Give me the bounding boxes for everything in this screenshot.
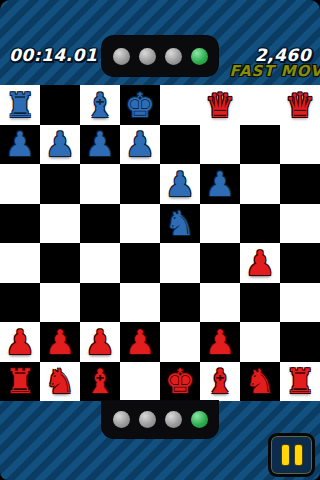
square-b5[interactable]: [40, 204, 80, 244]
square-b7[interactable]: ♟: [40, 125, 80, 165]
square-c1[interactable]: ♝: [80, 362, 120, 402]
pause-icon: [295, 445, 302, 465]
square-d7[interactable]: ♟: [120, 125, 160, 165]
piece-blue-pawn: ♟: [45, 127, 75, 161]
square-f8[interactable]: ♛: [200, 85, 240, 125]
piece-red-knight: ♞: [45, 364, 75, 398]
piece-blue-pawn: ♟: [165, 167, 195, 201]
square-g3[interactable]: [240, 283, 280, 323]
square-d2[interactable]: ♟: [120, 322, 160, 362]
piece-red-bishop: ♝: [205, 364, 235, 398]
piece-red-queen: ♛: [205, 88, 235, 122]
piece-blue-king: ♚: [125, 88, 155, 122]
square-a8[interactable]: ♜: [0, 85, 40, 125]
square-d5[interactable]: [120, 204, 160, 244]
gray-led: [113, 411, 130, 428]
square-a4[interactable]: [0, 243, 40, 283]
square-g4[interactable]: ♟: [240, 243, 280, 283]
square-e6[interactable]: ♟: [160, 164, 200, 204]
piece-blue-knight: ♞: [165, 206, 195, 240]
square-g8[interactable]: [240, 85, 280, 125]
square-a2[interactable]: ♟: [0, 322, 40, 362]
square-a3[interactable]: [0, 283, 40, 323]
square-d8[interactable]: ♚: [120, 85, 160, 125]
square-e1[interactable]: ♚: [160, 362, 200, 402]
square-c7[interactable]: ♟: [80, 125, 120, 165]
square-h4[interactable]: [280, 243, 320, 283]
square-f3[interactable]: [200, 283, 240, 323]
piece-red-knight: ♞: [245, 364, 275, 398]
piece-blue-pawn: ♟: [85, 127, 115, 161]
square-g5[interactable]: [240, 204, 280, 244]
square-h8[interactable]: ♛: [280, 85, 320, 125]
square-h3[interactable]: [280, 283, 320, 323]
pause-icon: [282, 445, 289, 465]
square-a7[interactable]: ♟: [0, 125, 40, 165]
game-timer: 00:14.01: [9, 45, 97, 65]
square-b2[interactable]: ♟: [40, 322, 80, 362]
square-h5[interactable]: [280, 204, 320, 244]
square-c5[interactable]: [80, 204, 120, 244]
piece-red-pawn: ♟: [125, 325, 155, 359]
piece-red-king: ♚: [165, 364, 195, 398]
square-h6[interactable]: [280, 164, 320, 204]
piece-red-pawn: ♟: [245, 246, 275, 280]
square-h2[interactable]: [280, 322, 320, 362]
square-h1[interactable]: ♜: [280, 362, 320, 402]
square-b3[interactable]: [40, 283, 80, 323]
gray-led: [139, 48, 156, 65]
gray-led: [165, 48, 182, 65]
square-c2[interactable]: ♟: [80, 322, 120, 362]
fast-move-bonus-label: FAST MOVE: [229, 62, 320, 80]
gray-led: [113, 48, 130, 65]
square-b6[interactable]: [40, 164, 80, 204]
piece-red-pawn: ♟: [85, 325, 115, 359]
piece-blue-bishop: ♝: [85, 88, 115, 122]
square-c4[interactable]: [80, 243, 120, 283]
square-d6[interactable]: [120, 164, 160, 204]
square-g1[interactable]: ♞: [240, 362, 280, 402]
piece-blue-pawn: ♟: [5, 127, 35, 161]
square-g6[interactable]: [240, 164, 280, 204]
piece-blue-pawn: ♟: [205, 167, 235, 201]
square-e4[interactable]: [160, 243, 200, 283]
square-e3[interactable]: [160, 283, 200, 323]
piece-red-pawn: ♟: [5, 325, 35, 359]
square-f4[interactable]: [200, 243, 240, 283]
green-led: [191, 411, 208, 428]
square-f7[interactable]: [200, 125, 240, 165]
piece-blue-rook: ♜: [5, 88, 35, 122]
piece-red-rook: ♜: [285, 364, 315, 398]
square-e7[interactable]: [160, 125, 200, 165]
chess-board: ♜♝♚♛♛♟♟♟♟♟♟♞♟♟♟♟♟♟♜♞♝♚♝♞♜: [0, 85, 320, 401]
bottom-led-panel: [102, 401, 218, 438]
square-h7[interactable]: [280, 125, 320, 165]
piece-red-pawn: ♟: [45, 325, 75, 359]
top-led-panel: [102, 36, 218, 76]
square-a5[interactable]: [0, 204, 40, 244]
square-c6[interactable]: [80, 164, 120, 204]
square-d4[interactable]: [120, 243, 160, 283]
square-b8[interactable]: [40, 85, 80, 125]
square-b1[interactable]: ♞: [40, 362, 80, 402]
square-f6[interactable]: ♟: [200, 164, 240, 204]
green-led: [191, 48, 208, 65]
square-g2[interactable]: [240, 322, 280, 362]
square-e8[interactable]: [160, 85, 200, 125]
pause-button[interactable]: [268, 433, 315, 477]
square-f2[interactable]: ♟: [200, 322, 240, 362]
square-d3[interactable]: [120, 283, 160, 323]
square-f5[interactable]: [200, 204, 240, 244]
game-screen: 00:14.01 2,460 FAST MOVE ♜♝♚♛♛♟♟♟♟♟♟♞♟♟♟…: [0, 0, 320, 480]
piece-red-queen: ♛: [285, 88, 315, 122]
square-e5[interactable]: ♞: [160, 204, 200, 244]
square-e2[interactable]: [160, 322, 200, 362]
square-c8[interactable]: ♝: [80, 85, 120, 125]
square-a6[interactable]: [0, 164, 40, 204]
square-g7[interactable]: [240, 125, 280, 165]
gray-led: [165, 411, 182, 428]
piece-blue-pawn: ♟: [125, 127, 155, 161]
square-b4[interactable]: [40, 243, 80, 283]
piece-red-rook: ♜: [5, 364, 35, 398]
square-a1[interactable]: ♜: [0, 362, 40, 402]
square-f1[interactable]: ♝: [200, 362, 240, 402]
piece-red-bishop: ♝: [85, 364, 115, 398]
square-c3[interactable]: [80, 283, 120, 323]
square-d1[interactable]: [120, 362, 160, 402]
gray-led: [139, 411, 156, 428]
piece-red-pawn: ♟: [205, 325, 235, 359]
